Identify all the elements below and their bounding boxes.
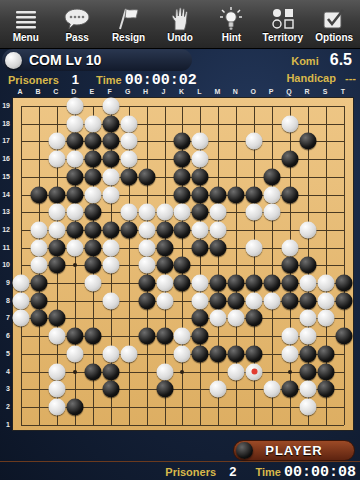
- black-stone-D17: [66, 133, 83, 150]
- komi-value: 6.5: [330, 51, 352, 68]
- row-label: 1: [6, 420, 10, 427]
- black-stone-S3: [317, 381, 334, 398]
- white-stone-A8: [13, 292, 30, 309]
- white-stone-G18: [120, 115, 137, 132]
- black-stone-C7: [48, 310, 65, 327]
- row-label: 9: [6, 279, 10, 286]
- black-stone-D12: [66, 221, 83, 238]
- black-prisoners-label: Prisoners: [165, 466, 216, 478]
- black-stone-L14: [192, 186, 209, 203]
- column-label: N: [233, 88, 238, 95]
- white-stone-H13: [138, 204, 155, 221]
- white-time-value: 00:00:02: [125, 72, 197, 89]
- black-stone-H15: [138, 168, 155, 185]
- column-label: C: [53, 88, 58, 95]
- menu-label: Menu: [13, 32, 39, 43]
- white-stone-H12: [138, 221, 155, 238]
- white-stone-F15: [102, 168, 119, 185]
- black-stone-M5: [210, 345, 227, 362]
- black-stone-Q14: [282, 186, 299, 203]
- row-label: 16: [2, 155, 10, 162]
- black-stone-D15: [66, 168, 83, 185]
- white-stone-P3: [264, 381, 281, 398]
- white-stone-O11: [246, 239, 263, 256]
- black-stone-M9: [210, 275, 227, 292]
- white-stone-G16: [120, 151, 137, 168]
- white-prisoners-label: Prisoners: [8, 74, 59, 86]
- column-label: E: [89, 88, 94, 95]
- row-label: 7: [6, 314, 10, 321]
- white-stone-L16: [192, 151, 209, 168]
- white-player-panel: COM Lv 10 Komi 6.5 Prisoners 1 Time 00:0…: [0, 48, 360, 92]
- white-stone-Q6: [282, 328, 299, 345]
- white-stone-D13: [66, 204, 83, 221]
- white-stone-L8: [192, 292, 209, 309]
- speech-bubble-icon: [64, 6, 90, 32]
- black-stone-R4: [300, 363, 317, 380]
- black-stone-O5: [246, 345, 263, 362]
- black-stone-O7: [246, 310, 263, 327]
- handicap-label: Handicap: [286, 72, 336, 84]
- white-stone-R3: [300, 381, 317, 398]
- black-time-value: 00:00:08: [284, 464, 356, 480]
- white-stone-C17: [48, 133, 65, 150]
- go-app: { "game": "go", "toolbar": { "items": [ …: [0, 0, 360, 480]
- options-label: Options: [315, 32, 353, 43]
- black-stone-H9: [138, 275, 155, 292]
- black-stone-M11: [210, 239, 227, 256]
- white-stone-C4: [48, 363, 65, 380]
- white-stone-M3: [210, 381, 227, 398]
- black-stone-N8: [228, 292, 245, 309]
- white-stone-M7: [210, 310, 227, 327]
- options-button[interactable]: Options: [309, 0, 359, 48]
- column-label: S: [323, 88, 328, 95]
- row-label: 17: [2, 137, 10, 144]
- black-stone-F17: [102, 133, 119, 150]
- white-stone-L12: [192, 221, 209, 238]
- column-label: P: [269, 88, 274, 95]
- white-stone-K5: [174, 345, 191, 362]
- black-stone-L5: [192, 345, 209, 362]
- row-label: 15: [2, 172, 10, 179]
- white-stone-F10: [102, 257, 119, 274]
- white-stone-K6: [174, 328, 191, 345]
- black-stone-H6: [138, 328, 155, 345]
- black-stone-E11: [84, 239, 101, 256]
- black-stone-M8: [210, 292, 227, 309]
- column-label: T: [341, 88, 345, 95]
- white-player-pill: COM Lv 10: [2, 49, 192, 71]
- black-stone-Q16: [282, 151, 299, 168]
- black-stone-K9: [174, 275, 191, 292]
- white-stone-C6: [48, 328, 65, 345]
- pass-label: Pass: [65, 32, 88, 43]
- hint-button[interactable]: Hint: [206, 0, 256, 48]
- undo-label: Undo: [167, 32, 193, 43]
- white-stone-E14: [84, 186, 101, 203]
- star-point: [73, 370, 77, 374]
- white-stone-J9: [156, 275, 173, 292]
- column-label: D: [71, 88, 76, 95]
- black-stone-E16: [84, 151, 101, 168]
- column-label: R: [305, 88, 310, 95]
- black-stone-D6: [66, 328, 83, 345]
- row-label: 19: [2, 102, 10, 109]
- column-label: K: [179, 88, 184, 95]
- black-stone-M14: [210, 186, 227, 203]
- black-stone-L11: [192, 239, 209, 256]
- white-stone-D11: [66, 239, 83, 256]
- column-label: L: [197, 88, 201, 95]
- black-stone-F18: [102, 115, 119, 132]
- white-stone-R6: [300, 328, 317, 345]
- menu-button[interactable]: Menu: [1, 0, 51, 48]
- white-stone-C16: [48, 151, 65, 168]
- black-stone-T6: [335, 328, 352, 345]
- black-stone-J6: [156, 328, 173, 345]
- handicap-value: ---: [345, 72, 356, 84]
- row-label: 14: [2, 190, 10, 197]
- komi-box: Komi 6.5: [291, 51, 352, 69]
- white-stone-O17: [246, 133, 263, 150]
- black-stone-G15: [120, 168, 137, 185]
- resign-label: Resign: [112, 32, 145, 43]
- black-stone-E15: [84, 168, 101, 185]
- black-stone-C14: [48, 186, 65, 203]
- white-stone-G5: [120, 345, 137, 362]
- bottom-divider: [0, 461, 360, 462]
- white-prisoners-value: 1: [72, 72, 79, 87]
- white-stone-C2: [48, 398, 65, 415]
- white-stone-D19: [66, 98, 83, 115]
- black-stone-K15: [174, 168, 191, 185]
- white-stone-K13: [174, 204, 191, 221]
- black-stone-K17: [174, 133, 191, 150]
- white-stone-E18: [84, 115, 101, 132]
- white-stone-Q5: [282, 345, 299, 362]
- black-stone-F12: [102, 221, 119, 238]
- black-stone-Q9: [282, 275, 299, 292]
- black-stone-T8: [335, 292, 352, 309]
- flag-icon: [116, 6, 142, 32]
- black-stone-S4: [317, 363, 334, 380]
- black-stone-J12: [156, 221, 173, 238]
- black-stone-K14: [174, 186, 191, 203]
- white-stone-M13: [210, 204, 227, 221]
- column-label: M: [214, 88, 220, 95]
- black-stone-N5: [228, 345, 245, 362]
- hand-icon: [169, 6, 191, 32]
- column-label: H: [143, 88, 148, 95]
- black-stone-S5: [317, 345, 334, 362]
- white-stone-M12: [210, 221, 227, 238]
- column-label: Q: [286, 88, 291, 95]
- white-stone-O4: [246, 363, 263, 380]
- white-stone-H10: [138, 257, 155, 274]
- row-label: 8: [6, 296, 10, 303]
- black-stone-R8: [300, 292, 317, 309]
- black-stone-E4: [84, 363, 101, 380]
- white-stone-E9: [84, 275, 101, 292]
- black-stone-O14: [246, 186, 263, 203]
- white-stone-P13: [264, 204, 281, 221]
- white-stone-R9: [300, 275, 317, 292]
- black-stone-Q8: [282, 292, 299, 309]
- row-label: 3: [6, 385, 10, 392]
- column-label: F: [108, 88, 112, 95]
- white-stone-Q18: [282, 115, 299, 132]
- white-stone-S8: [317, 292, 334, 309]
- row-label: 2: [6, 402, 10, 409]
- handicap-box: Handicap ---: [286, 72, 356, 84]
- white-stone-B12: [30, 221, 47, 238]
- go-board[interactable]: [12, 97, 354, 431]
- white-stone-C3: [48, 381, 65, 398]
- black-stone-D2: [66, 398, 83, 415]
- column-labels: ABCDEFGHJKLMNOPQRST: [0, 88, 360, 97]
- black-stone-C10: [48, 257, 65, 274]
- black-stone-K12: [174, 221, 191, 238]
- row-label: 11: [3, 243, 10, 250]
- territory-label: Territory: [263, 32, 303, 43]
- territory-icon: [271, 6, 295, 32]
- column-label: J: [162, 88, 166, 95]
- black-player-name: PLAYER: [265, 443, 323, 458]
- black-stone-E12: [84, 221, 101, 238]
- black-stone-B8: [30, 292, 47, 309]
- row-label: 6: [6, 332, 10, 339]
- white-stone-O8: [246, 292, 263, 309]
- black-stone-E13: [84, 204, 101, 221]
- black-stone-R5: [300, 345, 317, 362]
- black-stone-C11: [48, 239, 65, 256]
- white-stone-J8: [156, 292, 173, 309]
- black-player-pill: PLAYER: [233, 440, 355, 461]
- white-stone-R7: [300, 310, 317, 327]
- black-stone-icon: [236, 442, 253, 459]
- row-label: 13: [2, 208, 10, 215]
- row-label: 12: [2, 225, 10, 232]
- toolbar: Menu Pass Resign Undo Hint Territory O: [0, 0, 360, 49]
- white-stone-L17: [192, 133, 209, 150]
- black-stone-K10: [174, 257, 191, 274]
- star-point: [288, 370, 292, 374]
- white-stone-F11: [102, 239, 119, 256]
- white-time-label: Time: [96, 74, 121, 86]
- row-label: 4: [6, 367, 10, 374]
- white-stone-S9: [317, 275, 334, 292]
- black-stats-row: Prisoners 2 Time 00:00:08: [165, 464, 356, 480]
- black-stone-P9: [264, 275, 281, 292]
- white-stone-S7: [317, 310, 334, 327]
- white-stone-O13: [246, 204, 263, 221]
- white-stone-R2: [300, 398, 317, 415]
- last-move-marker: [251, 369, 257, 375]
- black-stone-N9: [228, 275, 245, 292]
- white-stone-J4: [156, 363, 173, 380]
- white-stone-R12: [300, 221, 317, 238]
- white-stone-P14: [264, 186, 281, 203]
- white-stone-N7: [228, 310, 245, 327]
- black-time-label: Time: [255, 466, 280, 478]
- resign-button[interactable]: Resign: [104, 0, 154, 48]
- black-stone-L15: [192, 168, 209, 185]
- white-stone-C13: [48, 204, 65, 221]
- black-stone-B14: [30, 186, 47, 203]
- white-stone-D16: [66, 151, 83, 168]
- white-stone-B10: [30, 257, 47, 274]
- black-stone-J10: [156, 257, 173, 274]
- row-label: 18: [2, 119, 10, 126]
- white-stone-C12: [48, 221, 65, 238]
- black-stone-B7: [30, 310, 47, 327]
- column-label: G: [125, 88, 130, 95]
- column-label: O: [250, 88, 255, 95]
- black-stone-J11: [156, 239, 173, 256]
- black-stone-J3: [156, 381, 173, 398]
- white-stone-Q11: [282, 239, 299, 256]
- white-stone-A9: [13, 275, 30, 292]
- white-stone-F19: [102, 98, 119, 115]
- territory-button[interactable]: Territory: [258, 0, 308, 48]
- star-point: [73, 263, 77, 267]
- black-stone-Q3: [282, 381, 299, 398]
- undo-button[interactable]: Undo: [155, 0, 205, 48]
- pass-button[interactable]: Pass: [52, 0, 102, 48]
- white-stone-D18: [66, 115, 83, 132]
- black-stone-H8: [138, 292, 155, 309]
- white-stone-F14: [102, 186, 119, 203]
- black-stone-L13: [192, 204, 209, 221]
- checkbox-icon: [322, 6, 346, 32]
- black-stone-F3: [102, 381, 119, 398]
- white-stone-B11: [30, 239, 47, 256]
- white-stone-icon: [5, 52, 22, 69]
- black-stone-R10: [300, 257, 317, 274]
- white-stone-H11: [138, 239, 155, 256]
- black-prisoners-value: 2: [229, 464, 236, 479]
- komi-label: Komi: [291, 55, 319, 67]
- black-stone-T9: [335, 275, 352, 292]
- black-stone-B9: [30, 275, 47, 292]
- menu-icon: [14, 6, 38, 32]
- white-stone-G17: [120, 133, 137, 150]
- white-stone-P8: [264, 292, 281, 309]
- star-point: [180, 370, 184, 374]
- row-label: 5: [6, 349, 10, 356]
- white-stone-F5: [102, 345, 119, 362]
- black-stone-N14: [228, 186, 245, 203]
- hint-label: Hint: [222, 32, 241, 43]
- lightbulb-icon: [218, 6, 244, 32]
- black-stone-F16: [102, 151, 119, 168]
- black-stone-E17: [84, 133, 101, 150]
- black-stone-O9: [246, 275, 263, 292]
- white-stone-D5: [66, 345, 83, 362]
- white-player-name: COM Lv 10: [29, 52, 101, 68]
- row-label: 10: [2, 261, 10, 268]
- black-stone-P15: [264, 168, 281, 185]
- black-stone-E6: [84, 328, 101, 345]
- white-stone-G13: [120, 204, 137, 221]
- black-stone-D14: [66, 186, 83, 203]
- white-stone-L9: [192, 275, 209, 292]
- black-stone-G12: [120, 221, 137, 238]
- black-stone-Q10: [282, 257, 299, 274]
- white-stone-A7: [13, 310, 30, 327]
- white-stone-N4: [228, 363, 245, 380]
- black-stone-L7: [192, 310, 209, 327]
- black-stone-L6: [192, 328, 209, 345]
- black-stone-F4: [102, 363, 119, 380]
- white-stone-J13: [156, 204, 173, 221]
- white-stone-F8: [102, 292, 119, 309]
- black-stone-R17: [300, 133, 317, 150]
- black-stone-E10: [84, 257, 101, 274]
- black-stone-K16: [174, 151, 191, 168]
- black-player-panel: PLAYER Prisoners 2 Time 00:00:08: [0, 431, 360, 480]
- column-label: A: [17, 88, 22, 95]
- column-label: B: [35, 88, 40, 95]
